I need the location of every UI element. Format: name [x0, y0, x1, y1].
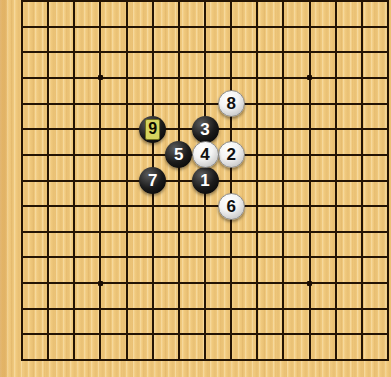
move-number: 8	[226, 95, 235, 112]
stone-black-9: 9	[139, 116, 166, 143]
move-number: 7	[148, 172, 157, 189]
stone-white-8: 8	[218, 90, 245, 117]
star-point	[307, 281, 312, 286]
grid-line-horizontal	[21, 333, 389, 335]
move-number: 6	[226, 198, 235, 215]
grid-line-vertical	[361, 0, 363, 361]
last-move-marker: 9	[145, 119, 160, 140]
stone-black-3: 3	[192, 116, 219, 143]
star-point	[307, 75, 312, 80]
grid-line-vertical	[335, 0, 337, 361]
stone-black-1: 1	[192, 167, 219, 194]
move-number: 2	[226, 146, 235, 163]
go-board[interactable]: 123456789	[0, 0, 391, 377]
star-point	[98, 75, 103, 80]
stone-black-7: 7	[139, 167, 166, 194]
move-number: 4	[200, 146, 209, 163]
star-point	[98, 281, 103, 286]
grid-line-horizontal	[21, 359, 389, 361]
stone-black-5: 5	[165, 141, 192, 168]
stone-white-6: 6	[218, 193, 245, 220]
board-edge-shading	[0, 0, 9, 377]
move-number: 5	[174, 146, 183, 163]
move-number: 3	[200, 121, 209, 138]
grid-line-vertical	[387, 0, 389, 361]
stone-white-2: 2	[218, 141, 245, 168]
move-number: 1	[200, 172, 209, 189]
stone-white-4: 4	[192, 141, 219, 168]
